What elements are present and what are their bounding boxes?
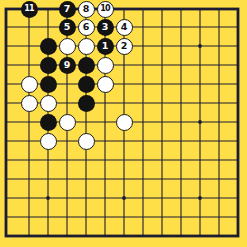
move-number-label: 2: [121, 41, 127, 51]
stone-white[interactable]: [21, 95, 38, 112]
star-point: [46, 196, 50, 200]
stone-white[interactable]: [97, 57, 114, 74]
stone-white[interactable]: [116, 114, 133, 131]
stone-white[interactable]: [97, 76, 114, 93]
stone-black-move-7[interactable]: 7: [59, 1, 76, 18]
move-number-label: 11: [24, 5, 34, 13]
stone-white-move-10[interactable]: 10: [97, 1, 114, 18]
move-number-label: 4: [121, 22, 127, 32]
move-number-label: 5: [64, 22, 70, 32]
stone-white[interactable]: [21, 76, 38, 93]
stone-white[interactable]: [40, 133, 57, 150]
stone-black[interactable]: [78, 76, 95, 93]
stone-white-move-4[interactable]: 4: [116, 19, 133, 36]
stone-white[interactable]: [59, 114, 76, 131]
move-number-label: 10: [100, 5, 110, 13]
move-number-label: 8: [83, 4, 89, 14]
stone-black[interactable]: [40, 38, 57, 55]
stone-white-move-6[interactable]: 6: [78, 19, 95, 36]
move-number-label: 6: [83, 22, 89, 32]
stone-black[interactable]: [78, 57, 95, 74]
stone-black-move-9[interactable]: 9: [59, 57, 76, 74]
stone-white-move-8[interactable]: 8: [78, 1, 95, 18]
stone-black[interactable]: [78, 95, 95, 112]
move-number-label: 9: [64, 60, 70, 70]
star-point: [198, 196, 202, 200]
stone-black[interactable]: [40, 57, 57, 74]
star-point: [198, 44, 202, 48]
stone-black[interactable]: [40, 76, 57, 93]
stone-black[interactable]: [40, 114, 57, 131]
stone-black-move-1[interactable]: 1: [97, 38, 114, 55]
stone-black-move-11[interactable]: 11: [21, 1, 38, 18]
stone-white[interactable]: [40, 95, 57, 112]
move-number-label: 3: [102, 22, 108, 32]
stone-black-move-3[interactable]: 3: [97, 19, 114, 36]
stone-white-move-2[interactable]: 2: [116, 38, 133, 55]
go-board[interactable]: 1178105634129: [0, 0, 247, 247]
star-point: [122, 196, 126, 200]
stone-white[interactable]: [59, 38, 76, 55]
move-number-label: 7: [64, 4, 70, 14]
stone-white[interactable]: [78, 133, 95, 150]
stone-black-move-5[interactable]: 5: [59, 19, 76, 36]
stone-white[interactable]: [78, 38, 95, 55]
star-point: [198, 120, 202, 124]
move-number-label: 1: [102, 41, 108, 51]
